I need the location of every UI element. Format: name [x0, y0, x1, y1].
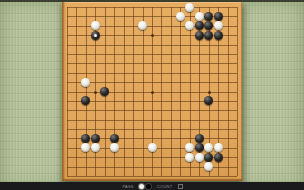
white-stone [81, 78, 90, 87]
white-stone [185, 21, 194, 30]
grid-line-vertical [228, 7, 229, 176]
grid-line-vertical [180, 7, 181, 176]
grid-line-vertical [237, 7, 238, 176]
go-board[interactable] [62, 2, 242, 181]
black-stone [81, 96, 90, 105]
grid-line-horizontal [67, 110, 237, 111]
bottom-toolbar: PASS COUNT [0, 182, 304, 190]
grid-line-horizontal [67, 120, 237, 121]
black-stone [100, 87, 109, 96]
white-stone [176, 12, 185, 21]
black-stone [214, 153, 223, 162]
pass-button[interactable]: PASS [122, 183, 133, 189]
white-stone-icon [139, 184, 144, 189]
white-stone [185, 143, 194, 152]
count-button[interactable]: COUNT [157, 183, 172, 189]
white-stone [204, 143, 213, 152]
black-stone [204, 31, 213, 40]
grid-line-horizontal [67, 129, 237, 130]
go-app-screen: PASS COUNT [0, 0, 304, 190]
white-stone [185, 153, 194, 162]
grid-line-vertical [161, 7, 162, 176]
settings-icon[interactable] [178, 184, 183, 189]
black-stone [204, 153, 213, 162]
white-stone [138, 21, 147, 30]
white-stone [81, 143, 90, 152]
white-stone [91, 143, 100, 152]
black-stone [91, 134, 100, 143]
white-stone [185, 3, 194, 12]
white-stone [214, 143, 223, 152]
grid-line-vertical [171, 7, 172, 176]
black-stone [91, 31, 100, 40]
grid-line-horizontal [67, 176, 237, 177]
star-point [151, 91, 154, 94]
star-point [151, 34, 154, 37]
white-stone [204, 162, 213, 171]
black-stone [204, 96, 213, 105]
white-stone [148, 143, 157, 152]
white-stone [91, 21, 100, 30]
black-stone [195, 31, 204, 40]
turn-indicator-toggle[interactable] [139, 184, 151, 189]
black-stone [204, 21, 213, 30]
white-stone [110, 143, 119, 152]
black-stone [195, 134, 204, 143]
black-stone [195, 143, 204, 152]
black-stone-icon [146, 184, 151, 189]
black-stone [195, 21, 204, 30]
black-stone [110, 134, 119, 143]
white-stone [214, 21, 223, 30]
star-point [208, 91, 211, 94]
black-stone [204, 12, 213, 21]
white-stone [195, 153, 204, 162]
white-stone [195, 12, 204, 21]
black-stone [214, 12, 223, 21]
black-stone [214, 31, 223, 40]
last-move-marker [94, 34, 97, 37]
star-point [94, 91, 97, 94]
black-stone [81, 134, 90, 143]
